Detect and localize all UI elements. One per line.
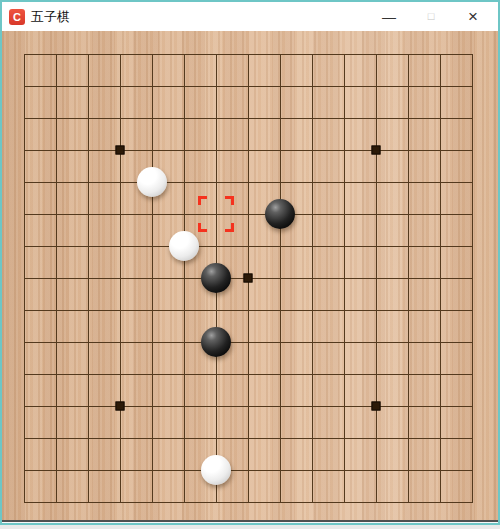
intersection-4-10[interactable]	[136, 358, 168, 390]
intersection-14-0[interactable]	[456, 38, 488, 70]
intersection-14-8[interactable]	[456, 294, 488, 326]
intersection-4-7[interactable]	[136, 262, 168, 294]
intersection-1-8[interactable]	[40, 294, 72, 326]
gomoku-window: C 五子棋 — □ ×	[0, 0, 500, 525]
intersection-10-14[interactable]	[328, 486, 360, 518]
intersection-5-6[interactable]	[168, 230, 200, 262]
intersection-14-7[interactable]	[456, 262, 488, 294]
intersection-0-11[interactable]	[8, 390, 40, 422]
intersection-4-4[interactable]	[136, 166, 168, 198]
intersection-12-8[interactable]	[392, 294, 424, 326]
intersection-13-2[interactable]	[424, 102, 456, 134]
intersection-4-1[interactable]	[136, 70, 168, 102]
intersection-3-11[interactable]	[104, 390, 136, 422]
intersection-13-8[interactable]	[424, 294, 456, 326]
intersection-1-9[interactable]	[40, 326, 72, 358]
intersection-10-3[interactable]	[328, 134, 360, 166]
intersection-8-7[interactable]	[264, 262, 296, 294]
stone-black[interactable]	[201, 327, 231, 357]
intersection-6-5[interactable]	[200, 198, 232, 230]
intersection-11-8[interactable]	[360, 294, 392, 326]
intersection-11-13[interactable]	[360, 454, 392, 486]
intersection-12-3[interactable]	[392, 134, 424, 166]
intersection-7-11[interactable]	[232, 390, 264, 422]
intersection-0-2[interactable]	[8, 102, 40, 134]
stone-white[interactable]	[201, 455, 231, 485]
intersection-8-3[interactable]	[264, 134, 296, 166]
intersection-7-12[interactable]	[232, 422, 264, 454]
intersection-11-3[interactable]	[360, 134, 392, 166]
intersection-1-1[interactable]	[40, 70, 72, 102]
intersection-11-7[interactable]	[360, 262, 392, 294]
intersection-11-14[interactable]	[360, 486, 392, 518]
intersection-10-8[interactable]	[328, 294, 360, 326]
titlebar[interactable]: C 五子棋 — □ ×	[2, 2, 498, 31]
intersection-6-8[interactable]	[200, 294, 232, 326]
intersection-11-2[interactable]	[360, 102, 392, 134]
intersection-5-14[interactable]	[168, 486, 200, 518]
intersection-4-0[interactable]	[136, 38, 168, 70]
intersection-3-12[interactable]	[104, 422, 136, 454]
intersection-9-13[interactable]	[296, 454, 328, 486]
cursor-marker-corner	[198, 196, 207, 205]
intersection-9-10[interactable]	[296, 358, 328, 390]
cursor-marker	[198, 196, 234, 232]
intersection-5-1[interactable]	[168, 70, 200, 102]
window-title: 五子棋	[31, 8, 70, 26]
intersection-10-7[interactable]	[328, 262, 360, 294]
intersection-9-2[interactable]	[296, 102, 328, 134]
intersection-14-14[interactable]	[456, 486, 488, 518]
desktop: C 五子棋 — □ ×	[0, 0, 500, 529]
intersection-9-6[interactable]	[296, 230, 328, 262]
intersection-12-14[interactable]	[392, 486, 424, 518]
intersection-0-12[interactable]	[8, 422, 40, 454]
star-point	[244, 274, 253, 283]
intersection-1-3[interactable]	[40, 134, 72, 166]
intersection-10-13[interactable]	[328, 454, 360, 486]
intersection-0-6[interactable]	[8, 230, 40, 262]
app-icon-letter: C	[13, 11, 21, 23]
intersection-4-2[interactable]	[136, 102, 168, 134]
intersection-11-10[interactable]	[360, 358, 392, 390]
intersection-14-3[interactable]	[456, 134, 488, 166]
intersection-4-14[interactable]	[136, 486, 168, 518]
intersection-12-2[interactable]	[392, 102, 424, 134]
intersection-14-10[interactable]	[456, 358, 488, 390]
intersection-10-6[interactable]	[328, 230, 360, 262]
intersection-13-5[interactable]	[424, 198, 456, 230]
intersection-5-11[interactable]	[168, 390, 200, 422]
intersection-10-5[interactable]	[328, 198, 360, 230]
intersection-4-9[interactable]	[136, 326, 168, 358]
intersection-14-9[interactable]	[456, 326, 488, 358]
intersection-0-5[interactable]	[8, 198, 40, 230]
star-point	[372, 402, 381, 411]
intersection-8-2[interactable]	[264, 102, 296, 134]
intersection-12-4[interactable]	[392, 166, 424, 198]
intersection-13-0[interactable]	[424, 38, 456, 70]
intersection-1-12[interactable]	[40, 422, 72, 454]
intersection-10-4[interactable]	[328, 166, 360, 198]
intersection-7-1[interactable]	[232, 70, 264, 102]
intersection-10-12[interactable]	[328, 422, 360, 454]
intersection-9-3[interactable]	[296, 134, 328, 166]
intersection-4-11[interactable]	[136, 390, 168, 422]
intersection-7-9[interactable]	[232, 326, 264, 358]
maximize-icon: □	[428, 11, 435, 22]
minimize-icon: —	[382, 10, 396, 24]
intersection-8-11[interactable]	[264, 390, 296, 422]
close-icon: ×	[468, 8, 478, 25]
intersection-7-7[interactable]	[232, 262, 264, 294]
intersection-9-12[interactable]	[296, 422, 328, 454]
intersection-0-0[interactable]	[8, 38, 40, 70]
intersection-13-3[interactable]	[424, 134, 456, 166]
intersection-9-7[interactable]	[296, 262, 328, 294]
intersection-1-5[interactable]	[40, 198, 72, 230]
intersection-10-11[interactable]	[328, 390, 360, 422]
intersection-5-8[interactable]	[168, 294, 200, 326]
intersection-13-9[interactable]	[424, 326, 456, 358]
intersection-2-12[interactable]	[72, 422, 104, 454]
window-bottom-highlight	[2, 522, 498, 523]
intersection-2-7[interactable]	[72, 262, 104, 294]
intersection-2-11[interactable]	[72, 390, 104, 422]
intersection-0-3[interactable]	[8, 134, 40, 166]
stone-white[interactable]	[169, 231, 199, 261]
intersection-4-8[interactable]	[136, 294, 168, 326]
intersection-12-9[interactable]	[392, 326, 424, 358]
intersection-13-6[interactable]	[424, 230, 456, 262]
intersection-8-8[interactable]	[264, 294, 296, 326]
intersection-0-10[interactable]	[8, 358, 40, 390]
intersection-12-6[interactable]	[392, 230, 424, 262]
intersection-14-6[interactable]	[456, 230, 488, 262]
intersection-6-2[interactable]	[200, 102, 232, 134]
intersection-5-13[interactable]	[168, 454, 200, 486]
intersection-12-1[interactable]	[392, 70, 424, 102]
intersection-5-10[interactable]	[168, 358, 200, 390]
star-point	[116, 146, 125, 155]
intersection-3-7[interactable]	[104, 262, 136, 294]
intersection-9-4[interactable]	[296, 166, 328, 198]
intersection-1-10[interactable]	[40, 358, 72, 390]
intersection-8-9[interactable]	[264, 326, 296, 358]
intersection-7-2[interactable]	[232, 102, 264, 134]
cursor-marker-corner	[225, 223, 234, 232]
close-button[interactable]: ×	[452, 2, 494, 31]
intersection-2-6[interactable]	[72, 230, 104, 262]
intersection-7-4[interactable]	[232, 166, 264, 198]
intersection-3-2[interactable]	[104, 102, 136, 134]
intersection-5-2[interactable]	[168, 102, 200, 134]
intersection-5-5[interactable]	[168, 198, 200, 230]
intersection-6-14[interactable]	[200, 486, 232, 518]
star-point	[372, 146, 381, 155]
intersection-13-4[interactable]	[424, 166, 456, 198]
intersection-14-2[interactable]	[456, 102, 488, 134]
intersection-14-4[interactable]	[456, 166, 488, 198]
intersection-2-0[interactable]	[72, 38, 104, 70]
window-controls: — □ ×	[368, 2, 494, 31]
intersection-3-10[interactable]	[104, 358, 136, 390]
intersection-13-12[interactable]	[424, 422, 456, 454]
intersection-10-9[interactable]	[328, 326, 360, 358]
intersection-11-5[interactable]	[360, 198, 392, 230]
intersection-11-1[interactable]	[360, 70, 392, 102]
intersection-6-10[interactable]	[200, 358, 232, 390]
intersection-8-12[interactable]	[264, 422, 296, 454]
intersection-12-10[interactable]	[392, 358, 424, 390]
stone-black[interactable]	[265, 199, 295, 229]
intersection-1-14[interactable]	[40, 486, 72, 518]
intersection-5-4[interactable]	[168, 166, 200, 198]
intersection-1-4[interactable]	[40, 166, 72, 198]
intersection-2-1[interactable]	[72, 70, 104, 102]
intersection-4-5[interactable]	[136, 198, 168, 230]
intersection-6-12[interactable]	[200, 422, 232, 454]
intersection-13-11[interactable]	[424, 390, 456, 422]
intersection-12-5[interactable]	[392, 198, 424, 230]
intersection-14-5[interactable]	[456, 198, 488, 230]
intersection-6-7[interactable]	[200, 262, 232, 294]
intersection-7-8[interactable]	[232, 294, 264, 326]
intersection-2-9[interactable]	[72, 326, 104, 358]
intersection-0-13[interactable]	[8, 454, 40, 486]
intersection-13-1[interactable]	[424, 70, 456, 102]
intersection-14-13[interactable]	[456, 454, 488, 486]
intersection-12-0[interactable]	[392, 38, 424, 70]
intersection-7-10[interactable]	[232, 358, 264, 390]
intersection-3-1[interactable]	[104, 70, 136, 102]
intersection-2-5[interactable]	[72, 198, 104, 230]
intersection-12-11[interactable]	[392, 390, 424, 422]
intersection-2-2[interactable]	[72, 102, 104, 134]
intersection-8-4[interactable]	[264, 166, 296, 198]
intersection-8-14[interactable]	[264, 486, 296, 518]
intersection-7-5[interactable]	[232, 198, 264, 230]
board-grid[interactable]	[8, 38, 488, 518]
intersection-11-4[interactable]	[360, 166, 392, 198]
intersection-7-14[interactable]	[232, 486, 264, 518]
intersection-1-11[interactable]	[40, 390, 72, 422]
intersection-3-4[interactable]	[104, 166, 136, 198]
intersection-2-8[interactable]	[72, 294, 104, 326]
intersection-10-2[interactable]	[328, 102, 360, 134]
stone-black[interactable]	[201, 263, 231, 293]
intersection-6-0[interactable]	[200, 38, 232, 70]
intersection-8-0[interactable]	[264, 38, 296, 70]
intersection-4-3[interactable]	[136, 134, 168, 166]
intersection-3-9[interactable]	[104, 326, 136, 358]
intersection-11-12[interactable]	[360, 422, 392, 454]
intersection-3-3[interactable]	[104, 134, 136, 166]
intersection-14-1[interactable]	[456, 70, 488, 102]
intersection-10-10[interactable]	[328, 358, 360, 390]
intersection-5-9[interactable]	[168, 326, 200, 358]
intersection-9-5[interactable]	[296, 198, 328, 230]
intersection-7-13[interactable]	[232, 454, 264, 486]
intersection-13-7[interactable]	[424, 262, 456, 294]
cursor-marker-corner	[198, 223, 207, 232]
intersection-8-13[interactable]	[264, 454, 296, 486]
intersection-0-14[interactable]	[8, 486, 40, 518]
intersection-0-7[interactable]	[8, 262, 40, 294]
intersection-2-3[interactable]	[72, 134, 104, 166]
intersection-3-14[interactable]	[104, 486, 136, 518]
minimize-button[interactable]: —	[368, 2, 410, 31]
intersection-0-1[interactable]	[8, 70, 40, 102]
intersection-12-7[interactable]	[392, 262, 424, 294]
intersection-0-9[interactable]	[8, 326, 40, 358]
intersection-5-3[interactable]	[168, 134, 200, 166]
maximize-button[interactable]: □	[410, 2, 452, 31]
intersection-5-0[interactable]	[168, 38, 200, 70]
board[interactable]	[2, 31, 498, 520]
intersection-6-13[interactable]	[200, 454, 232, 486]
intersection-9-9[interactable]	[296, 326, 328, 358]
intersection-9-8[interactable]	[296, 294, 328, 326]
intersection-8-6[interactable]	[264, 230, 296, 262]
intersection-10-0[interactable]	[328, 38, 360, 70]
app-icon: C	[9, 9, 25, 25]
intersection-4-6[interactable]	[136, 230, 168, 262]
stone-white[interactable]	[137, 167, 167, 197]
intersection-13-14[interactable]	[424, 486, 456, 518]
intersection-3-5[interactable]	[104, 198, 136, 230]
intersection-9-14[interactable]	[296, 486, 328, 518]
intersection-6-1[interactable]	[200, 70, 232, 102]
intersection-6-6[interactable]	[200, 230, 232, 262]
intersection-1-2[interactable]	[40, 102, 72, 134]
intersection-13-13[interactable]	[424, 454, 456, 486]
intersection-11-9[interactable]	[360, 326, 392, 358]
intersection-12-13[interactable]	[392, 454, 424, 486]
intersection-9-1[interactable]	[296, 70, 328, 102]
intersection-2-10[interactable]	[72, 358, 104, 390]
intersection-8-1[interactable]	[264, 70, 296, 102]
intersection-5-12[interactable]	[168, 422, 200, 454]
intersection-7-0[interactable]	[232, 38, 264, 70]
intersection-5-7[interactable]	[168, 262, 200, 294]
intersection-6-9[interactable]	[200, 326, 232, 358]
intersection-10-1[interactable]	[328, 70, 360, 102]
intersection-11-11[interactable]	[360, 390, 392, 422]
intersection-6-3[interactable]	[200, 134, 232, 166]
intersection-4-12[interactable]	[136, 422, 168, 454]
intersection-6-11[interactable]	[200, 390, 232, 422]
intersection-1-13[interactable]	[40, 454, 72, 486]
intersection-2-13[interactable]	[72, 454, 104, 486]
intersection-8-10[interactable]	[264, 358, 296, 390]
intersection-11-6[interactable]	[360, 230, 392, 262]
intersection-9-11[interactable]	[296, 390, 328, 422]
intersection-2-14[interactable]	[72, 486, 104, 518]
intersection-9-0[interactable]	[296, 38, 328, 70]
intersection-4-13[interactable]	[136, 454, 168, 486]
cursor-marker-corner	[225, 196, 234, 205]
intersection-7-3[interactable]	[232, 134, 264, 166]
intersection-3-6[interactable]	[104, 230, 136, 262]
intersection-0-4[interactable]	[8, 166, 40, 198]
intersection-14-11[interactable]	[456, 390, 488, 422]
star-point	[116, 402, 125, 411]
intersection-3-13[interactable]	[104, 454, 136, 486]
intersection-0-8[interactable]	[8, 294, 40, 326]
intersection-2-4[interactable]	[72, 166, 104, 198]
intersection-8-5[interactable]	[264, 198, 296, 230]
intersection-1-7[interactable]	[40, 262, 72, 294]
intersection-14-12[interactable]	[456, 422, 488, 454]
intersection-12-12[interactable]	[392, 422, 424, 454]
intersection-13-10[interactable]	[424, 358, 456, 390]
intersection-1-0[interactable]	[40, 38, 72, 70]
intersection-1-6[interactable]	[40, 230, 72, 262]
intersection-3-0[interactable]	[104, 38, 136, 70]
intersection-11-0[interactable]	[360, 38, 392, 70]
intersection-6-4[interactable]	[200, 166, 232, 198]
intersection-7-6[interactable]	[232, 230, 264, 262]
intersection-3-8[interactable]	[104, 294, 136, 326]
